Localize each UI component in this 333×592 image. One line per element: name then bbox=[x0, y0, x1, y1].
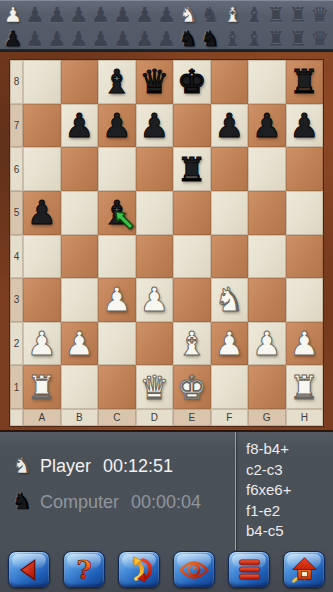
file-label-e: E bbox=[173, 409, 211, 426]
square-e6[interactable]: ♜ bbox=[173, 147, 211, 191]
slot-white-r-icon: ♜ bbox=[287, 2, 309, 26]
white-pawn: ♟ bbox=[139, 283, 169, 316]
black-knight-icon: ♞ bbox=[9, 491, 35, 513]
rank-label-6: 6 bbox=[10, 147, 23, 191]
slot-black-r-icon: ♜ bbox=[265, 26, 287, 50]
square-h5[interactable] bbox=[286, 191, 324, 235]
rank-label-4: 4 bbox=[10, 235, 23, 279]
file-label-d: D bbox=[136, 409, 174, 426]
black-pawn: ♟ bbox=[252, 109, 282, 142]
file-label-c: C bbox=[98, 409, 136, 426]
square-e2[interactable]: ♝ bbox=[173, 322, 211, 366]
square-d3[interactable]: ♟ bbox=[136, 278, 174, 322]
square-a6[interactable] bbox=[23, 147, 61, 191]
hint-button[interactable]: ? bbox=[63, 551, 105, 588]
slot-black-p-icon: ♟ bbox=[156, 26, 178, 50]
slot-black-q-icon: ♛ bbox=[309, 26, 331, 50]
rank-label-8: 8 bbox=[10, 60, 23, 104]
white-rook: ♜ bbox=[27, 371, 57, 404]
black-pawn: ♟ bbox=[214, 109, 244, 142]
square-g2[interactable]: ♟ bbox=[248, 322, 286, 366]
square-g6[interactable] bbox=[248, 147, 286, 191]
rank-label-5: 5 bbox=[10, 191, 23, 235]
square-b6[interactable] bbox=[61, 147, 99, 191]
eye-icon bbox=[179, 559, 209, 581]
file-label-b: B bbox=[61, 409, 99, 426]
slot-black-p-icon: ♟ bbox=[90, 26, 112, 50]
square-f8[interactable] bbox=[211, 60, 249, 104]
square-g7[interactable]: ♟ bbox=[248, 104, 286, 148]
white-pawn: ♟ bbox=[214, 327, 244, 360]
square-e4[interactable] bbox=[173, 235, 211, 279]
slot-black-p-icon: ♟ bbox=[112, 26, 134, 50]
black-pawn: ♟ bbox=[64, 109, 94, 142]
move-entry: c2-c3 bbox=[246, 460, 333, 481]
slot-white-n-icon: ♞ bbox=[199, 2, 221, 26]
square-h3[interactable] bbox=[286, 278, 324, 322]
slot-white-p-icon: ♟ bbox=[156, 2, 178, 26]
black-rook: ♜ bbox=[177, 153, 207, 186]
white-pawn: ♟ bbox=[64, 327, 94, 360]
square-e8[interactable]: ♚ bbox=[173, 60, 211, 104]
square-c8[interactable]: ♝ bbox=[98, 60, 136, 104]
file-label-f: F bbox=[211, 409, 249, 426]
black-pawn: ♟ bbox=[139, 109, 169, 142]
square-h8[interactable]: ♜ bbox=[286, 60, 324, 104]
white-bishop: ♝ bbox=[177, 327, 207, 360]
square-a4[interactable] bbox=[23, 235, 61, 279]
slot-white-p-icon: ♟ bbox=[134, 2, 156, 26]
captured-black-n-icon: ♞ bbox=[199, 26, 221, 50]
black-pawn: ♟ bbox=[27, 196, 57, 229]
slot-black-p-icon: ♟ bbox=[24, 26, 46, 50]
move-entry: f8-b4+ bbox=[246, 439, 333, 460]
square-c7[interactable]: ♟ bbox=[98, 104, 136, 148]
board-corner bbox=[10, 409, 23, 426]
black-rook: ♜ bbox=[289, 65, 319, 98]
square-d4[interactable] bbox=[136, 235, 174, 279]
square-b7[interactable]: ♟ bbox=[61, 104, 99, 148]
square-g8[interactable] bbox=[248, 60, 286, 104]
square-b8[interactable] bbox=[61, 60, 99, 104]
square-b4[interactable] bbox=[61, 235, 99, 279]
home-icon bbox=[291, 556, 318, 583]
square-a8[interactable] bbox=[23, 60, 61, 104]
slot-black-b-icon: ♝ bbox=[243, 26, 265, 50]
captured-black-n-icon: ♞ bbox=[177, 26, 199, 50]
black-bishop: ♝ bbox=[102, 65, 132, 98]
square-d5[interactable] bbox=[136, 191, 174, 235]
slot-black-p-icon: ♟ bbox=[134, 26, 156, 50]
square-h7[interactable]: ♟ bbox=[286, 104, 324, 148]
board-frame: 8♝♛♚♜7♟♟♟♟♟♟6♜5♟♝43♟♟♞2♟♟♝♟♟♟1♜♛♚♜ABCDEF… bbox=[0, 51, 333, 431]
captured-black-p-icon: ♟ bbox=[2, 26, 24, 50]
square-g4[interactable] bbox=[248, 235, 286, 279]
svg-text:?: ? bbox=[76, 556, 91, 584]
menu-button[interactable] bbox=[228, 551, 270, 588]
file-label-h: H bbox=[286, 409, 324, 426]
square-a3[interactable] bbox=[23, 278, 61, 322]
rotate-button[interactable] bbox=[118, 551, 160, 588]
square-g3[interactable] bbox=[248, 278, 286, 322]
slot-white-p-icon: ♟ bbox=[46, 2, 68, 26]
square-c2[interactable] bbox=[98, 322, 136, 366]
computer-time: 00:00:04 bbox=[131, 492, 201, 513]
captured-white-n-icon: ♞ bbox=[177, 2, 199, 26]
square-h4[interactable] bbox=[286, 235, 324, 279]
square-b5[interactable] bbox=[61, 191, 99, 235]
slot-white-r-icon: ♜ bbox=[265, 2, 287, 26]
rank-label-1: 1 bbox=[10, 365, 23, 409]
clock-panel: ♞ Player 00:12:51 ♞ Computer 00:00:04 bbox=[0, 432, 235, 550]
black-pawn: ♟ bbox=[102, 109, 132, 142]
square-d2[interactable] bbox=[136, 322, 174, 366]
rank-label-3: 3 bbox=[10, 278, 23, 322]
player-time: 00:12:51 bbox=[103, 456, 173, 477]
rank-label-7: 7 bbox=[10, 104, 23, 148]
square-e5[interactable] bbox=[173, 191, 211, 235]
square-g1[interactable] bbox=[248, 365, 286, 409]
captured-white-b-icon: ♝ bbox=[221, 2, 243, 26]
move-entry: f1-e2 bbox=[246, 501, 333, 522]
square-c4[interactable] bbox=[98, 235, 136, 279]
white-knight-icon: ♞ bbox=[9, 455, 35, 477]
black-pawn: ♟ bbox=[289, 109, 319, 142]
slot-white-p-icon: ♟ bbox=[24, 2, 46, 26]
square-f4[interactable] bbox=[211, 235, 249, 279]
square-b3[interactable] bbox=[61, 278, 99, 322]
white-pawn: ♟ bbox=[252, 327, 282, 360]
square-b1[interactable] bbox=[61, 365, 99, 409]
move-entry: b4-c5 bbox=[246, 521, 333, 542]
square-e7[interactable] bbox=[173, 104, 211, 148]
square-c1[interactable] bbox=[98, 365, 136, 409]
square-g5[interactable] bbox=[248, 191, 286, 235]
square-d7[interactable]: ♟ bbox=[136, 104, 174, 148]
square-d8[interactable]: ♛ bbox=[136, 60, 174, 104]
square-f3[interactable]: ♞ bbox=[211, 278, 249, 322]
home-button[interactable] bbox=[283, 551, 325, 588]
captured-white-p-icon: ♟ bbox=[2, 2, 24, 26]
black-king: ♚ bbox=[177, 65, 207, 98]
file-label-a: A bbox=[23, 409, 61, 426]
computer-clock-row: ♞ Computer 00:00:04 bbox=[9, 484, 235, 520]
square-a1[interactable]: ♜ bbox=[23, 365, 61, 409]
slot-black-p-icon: ♟ bbox=[46, 26, 68, 50]
toolbar: ? bbox=[0, 550, 333, 592]
player-clock-row: ♞ Player 00:12:51 bbox=[9, 448, 235, 484]
white-king: ♚ bbox=[177, 371, 207, 404]
square-e1[interactable]: ♚ bbox=[173, 365, 211, 409]
chess-app: ♟♟♟♟♟♟♟♟♞♞♝♝♜♜♛♟♟♟♟♟♟♟♟♞♞♝♝♜♜♛ 8♝♛♚♜7♟♟♟… bbox=[0, 0, 333, 592]
move-entry: f6xe6+ bbox=[246, 480, 333, 501]
captured-pieces-tray: ♟♟♟♟♟♟♟♟♞♞♝♝♜♜♛♟♟♟♟♟♟♟♟♞♞♝♝♜♜♛ bbox=[0, 0, 333, 51]
square-b2[interactable]: ♟ bbox=[61, 322, 99, 366]
white-pawn: ♟ bbox=[27, 327, 57, 360]
square-a2[interactable]: ♟ bbox=[23, 322, 61, 366]
white-knight: ♞ bbox=[214, 283, 244, 316]
square-f5[interactable] bbox=[211, 191, 249, 235]
square-f6[interactable] bbox=[211, 147, 249, 191]
square-f2[interactable]: ♟ bbox=[211, 322, 249, 366]
square-c6[interactable] bbox=[98, 147, 136, 191]
square-c3[interactable]: ♟ bbox=[98, 278, 136, 322]
square-a5[interactable]: ♟ bbox=[23, 191, 61, 235]
menu-bars-icon bbox=[236, 556, 263, 583]
computer-label: Computer bbox=[40, 492, 119, 513]
slot-white-q-icon: ♛ bbox=[309, 2, 331, 26]
slot-black-b-icon: ♝ bbox=[221, 26, 243, 50]
square-a7[interactable] bbox=[23, 104, 61, 148]
slot-white-b-icon: ♝ bbox=[243, 2, 265, 26]
slot-white-p-icon: ♟ bbox=[90, 2, 112, 26]
square-h2[interactable]: ♟ bbox=[286, 322, 324, 366]
rotate-arrows-icon bbox=[126, 556, 153, 583]
square-h1[interactable]: ♜ bbox=[286, 365, 324, 409]
move-list-panel: f8-b4+c2-c3f6xe6+f1-e2b4-c5 bbox=[235, 432, 333, 550]
square-f7[interactable]: ♟ bbox=[211, 104, 249, 148]
white-rook: ♜ bbox=[289, 371, 319, 404]
file-label-g: G bbox=[248, 409, 286, 426]
slot-white-p-icon: ♟ bbox=[112, 2, 134, 26]
square-e3[interactable] bbox=[173, 278, 211, 322]
white-pawn: ♟ bbox=[102, 283, 132, 316]
square-h6[interactable] bbox=[286, 147, 324, 191]
question-mark-icon: ? bbox=[71, 556, 97, 584]
back-arrow-icon bbox=[16, 557, 42, 583]
rank-label-2: 2 bbox=[10, 322, 23, 366]
square-d1[interactable]: ♛ bbox=[136, 365, 174, 409]
black-queen: ♛ bbox=[139, 65, 169, 98]
square-f1[interactable] bbox=[211, 365, 249, 409]
show-button[interactable] bbox=[173, 551, 215, 588]
player-label: Player bbox=[40, 456, 91, 477]
last-move-arrow-icon bbox=[114, 210, 135, 231]
white-pawn: ♟ bbox=[289, 327, 319, 360]
chess-board: 8♝♛♚♜7♟♟♟♟♟♟6♜5♟♝43♟♟♞2♟♟♝♟♟♟1♜♛♚♜ABCDEF… bbox=[10, 60, 323, 426]
info-panel: ♞ Player 00:12:51 ♞ Computer 00:00:04 f8… bbox=[0, 431, 333, 550]
back-button[interactable] bbox=[8, 551, 50, 588]
slot-black-p-icon: ♟ bbox=[68, 26, 90, 50]
white-queen: ♛ bbox=[139, 371, 169, 404]
square-c5[interactable]: ♝ bbox=[98, 191, 136, 235]
square-d6[interactable] bbox=[136, 147, 174, 191]
slot-black-r-icon: ♜ bbox=[287, 26, 309, 50]
slot-white-p-icon: ♟ bbox=[68, 2, 90, 26]
